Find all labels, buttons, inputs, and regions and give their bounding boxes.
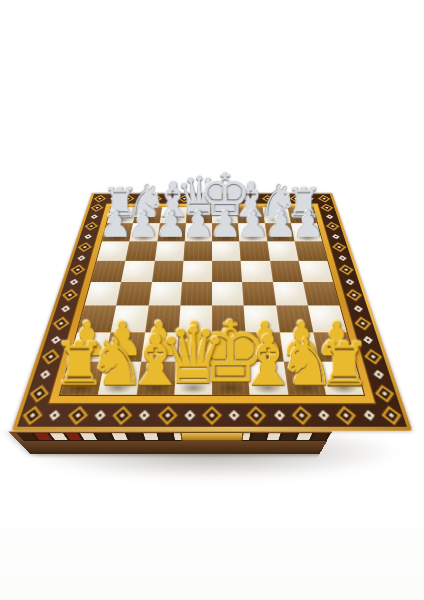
square-g4 [273, 282, 308, 306]
chess-grid: ♜♞♝♛♚♝♞♜♟♟♟♟♟♟♟♟♟♟♟♟♟♟♟♟♜♞♝♛♚♝♞♜ [59, 207, 366, 396]
inlay-stripe-dark [96, 433, 112, 440]
square-d6 [183, 241, 212, 260]
inlay-stripe-ivory [296, 433, 312, 440]
inlay-stripe-dark [281, 433, 296, 440]
diamond-layer [378, 388, 390, 400]
square-h6 [294, 241, 327, 260]
square-f5 [241, 261, 273, 282]
square-f6 [239, 241, 269, 260]
inlay-stripe-ivory [112, 433, 128, 440]
square-a5 [91, 261, 126, 282]
box-hinge [180, 432, 244, 440]
gold-diamond-motif [290, 405, 314, 425]
square-b6 [126, 241, 157, 260]
square-d5 [182, 261, 212, 282]
square-f7: ♟ [238, 223, 267, 241]
inlay-stripe-ivory [143, 433, 158, 440]
square-e6 [212, 241, 241, 260]
inlay-stripe-ivory [81, 433, 98, 440]
gold-diamond-motif [344, 289, 364, 302]
ivory-diamond-motif [87, 405, 112, 425]
gold-diamond-motif [372, 384, 398, 403]
diamond-layer [335, 235, 338, 237]
diamond-layer [346, 289, 362, 301]
piece-gold-knight: ♞ [88, 332, 146, 394]
ivory-diamond-motif [312, 405, 337, 425]
gold-diamond-motif [110, 405, 134, 425]
mosaic-border-bottom [17, 404, 407, 427]
diamond-layer [349, 281, 352, 283]
square-e7: ♟ [212, 223, 239, 241]
ivory-diamond-motif [340, 276, 360, 288]
board-outer-rim: ♜♞♝♛♚♝♞♜♟♟♟♟♟♟♟♟♟♟♟♟♟♟♟♟♜♞♝♛♚♝♞♜ [12, 193, 412, 431]
diamond-layer [229, 410, 240, 421]
square-g6 [267, 241, 298, 260]
diamond-layer [274, 410, 285, 421]
perspective-stage: ♜♞♝♛♚♝♞♜♟♟♟♟♟♟♟♟♟♟♟♟♟♟♟♟♜♞♝♛♚♝♞♜ [62, 132, 362, 432]
square-c6 [154, 241, 184, 260]
box-front-face [8, 431, 417, 454]
diamond-layer [344, 268, 348, 271]
inlay-stripe-dark [387, 433, 406, 440]
product-photo-scene: ♜♞♝♛♚♝♞♜♟♟♟♟♟♟♟♟♟♟♟♟♟♟♟♟♜♞♝♛♚♝♞♜ [0, 0, 424, 600]
diamond-layer [339, 264, 354, 275]
diamond-layer [318, 410, 329, 421]
diamond-layer [33, 388, 45, 400]
diamond-layer [30, 385, 49, 403]
inlay-stripe-dark [127, 433, 142, 440]
square-b4 [116, 282, 151, 306]
piece-silver-pawn: ♟ [292, 206, 325, 240]
square-c4 [148, 282, 181, 306]
ivory-diamond-motif [333, 253, 351, 264]
inlay-stripe-dark [311, 433, 327, 440]
diamond-layer [62, 289, 78, 301]
diamond-layer [332, 242, 346, 252]
gold-diamond-motif [156, 405, 178, 425]
gold-diamond-motif [246, 405, 268, 425]
square-b5 [121, 261, 154, 282]
square-a6 [97, 241, 130, 260]
ivory-diamond-motif [133, 405, 156, 425]
diamond-layer [26, 409, 39, 421]
square-h7: ♟ [291, 223, 322, 241]
inlay-stripe-dark [159, 433, 173, 440]
square-a4 [85, 282, 122, 306]
square-b1: ♞ [98, 362, 140, 395]
ivory-diamond-motif [179, 405, 201, 425]
inlay-stripe-red [65, 433, 82, 440]
gold-diamond-motif [65, 405, 90, 425]
gold-diamond-motif [337, 264, 356, 275]
diamond-layer [50, 410, 61, 421]
diamond-layer [139, 410, 150, 421]
diamond-layer [76, 268, 80, 271]
diamond-layer [73, 281, 76, 283]
diamond-layer [95, 410, 106, 421]
ivory-diamond-motif [327, 232, 344, 242]
gold-diamond-motif [334, 405, 359, 425]
inlay-stripe-dark [251, 433, 265, 440]
piece-gold-knight: ♞ [277, 332, 335, 394]
square-g5 [270, 261, 303, 282]
square-g1: ♞ [283, 362, 325, 395]
square-d7: ♟ [185, 223, 212, 241]
diamond-layer [363, 410, 374, 421]
diamond-layer [184, 410, 195, 421]
square-h4 [303, 282, 340, 306]
inlay-stripe-ivory [266, 433, 281, 440]
diamond-layer [375, 385, 394, 403]
square-c5 [152, 261, 184, 282]
gold-diamond-motif [330, 242, 348, 252]
gold-diamond-motif [378, 405, 405, 425]
square-g7: ♟ [265, 223, 295, 241]
ivory-diamond-motif [268, 405, 291, 425]
ivory-diamond-motif [224, 405, 246, 425]
diamond-layer [346, 279, 354, 285]
square-e5 [212, 261, 242, 282]
chess-board-box: ♜♞♝♛♚♝♞♜♟♟♟♟♟♟♟♟♟♟♟♟♟♟♟♟♜♞♝♛♚♝♞♜ [12, 193, 412, 431]
gold-diamond-motif [201, 405, 222, 425]
square-h5 [298, 261, 333, 282]
gold-diamond-motif [324, 222, 341, 231]
